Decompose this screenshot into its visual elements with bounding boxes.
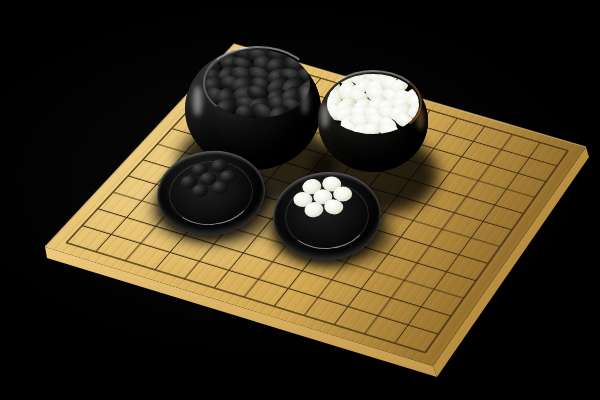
white-stone-bowl xyxy=(318,70,428,172)
grid-line xyxy=(425,151,568,353)
go-set-photo xyxy=(0,0,600,400)
specular-highlight xyxy=(193,86,202,116)
black-bowl-mouth xyxy=(206,50,310,118)
specular-highlight xyxy=(417,108,424,130)
white-stone xyxy=(323,198,343,214)
grid-line xyxy=(66,243,425,353)
white-bowl-mouth xyxy=(327,74,419,134)
